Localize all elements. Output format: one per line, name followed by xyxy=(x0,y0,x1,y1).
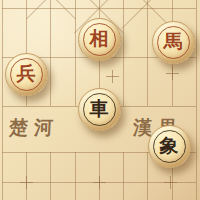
point-marker xyxy=(106,70,119,83)
red-elephant-piece[interactable]: 相 xyxy=(78,18,121,61)
red-horse-piece[interactable]: 馬 xyxy=(152,21,195,64)
river-label-chu-he: 楚河 xyxy=(8,117,59,137)
board-file-line xyxy=(75,152,76,200)
point-marker xyxy=(93,176,106,189)
palace-diagonal-line xyxy=(26,0,76,20)
point-marker xyxy=(164,176,177,189)
black-elephant-piece[interactable]: 象 xyxy=(148,125,191,168)
board-file-line xyxy=(196,0,197,200)
point-marker xyxy=(20,176,33,189)
board-file-line xyxy=(50,152,51,200)
board-file-line xyxy=(123,0,124,106)
piece-character: 車 xyxy=(79,89,120,130)
xiangqi-board[interactable]: 楚河 漢界 兵相馬車象 xyxy=(0,0,200,200)
board-file-line xyxy=(123,152,124,200)
piece-character: 象 xyxy=(149,126,190,167)
piece-character: 相 xyxy=(79,19,120,60)
piece-character: 馬 xyxy=(153,22,194,63)
board-file-line xyxy=(2,0,3,200)
board-file-line xyxy=(147,0,148,106)
red-soldier-piece[interactable]: 兵 xyxy=(5,53,48,96)
board-file-line xyxy=(50,0,51,106)
board-file-line xyxy=(75,0,76,106)
black-chariot-piece[interactable]: 車 xyxy=(78,88,121,131)
piece-character: 兵 xyxy=(6,54,47,95)
point-marker xyxy=(166,67,179,80)
